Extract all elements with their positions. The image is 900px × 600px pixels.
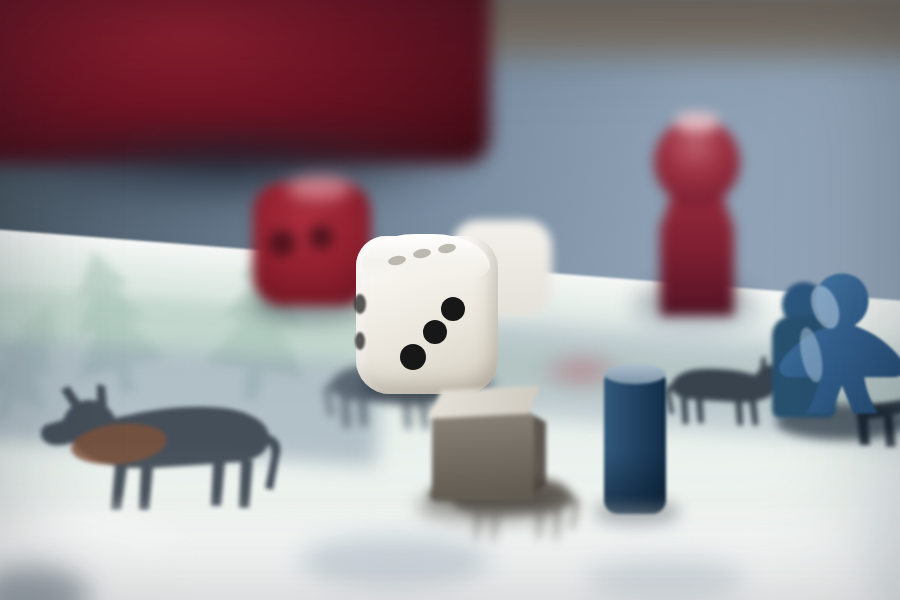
- blue-meeple: [772, 256, 900, 434]
- foreground-shadow-smudge: [300, 535, 490, 587]
- white-die-front-pip: [423, 320, 447, 344]
- white-die-top-face: [362, 234, 490, 284]
- blue-cylinder-top: [604, 364, 666, 384]
- photo-frame: [0, 0, 900, 600]
- red-die-pip: [269, 230, 295, 256]
- blue-cylinder-token: [604, 364, 666, 520]
- grey-cube-token: [424, 384, 548, 508]
- red-pawn-highlight: [674, 112, 720, 132]
- blue-cylinder-body: [604, 373, 666, 514]
- white-die-front-pip: [441, 297, 465, 321]
- white-die-side-pip: [355, 332, 365, 350]
- red-pawn-body: [660, 194, 734, 316]
- red-pawn: [638, 112, 754, 317]
- white-die-front: [356, 236, 498, 394]
- white-die-front-pip: [400, 344, 426, 370]
- foreground-shadow-smudge: [585, 558, 745, 600]
- red-die: [253, 182, 371, 306]
- grey-cube-front-face: [432, 414, 534, 500]
- white-die-side-pip: [354, 294, 366, 314]
- red-die-top-highlight: [287, 176, 351, 200]
- red-die-pip: [309, 225, 333, 249]
